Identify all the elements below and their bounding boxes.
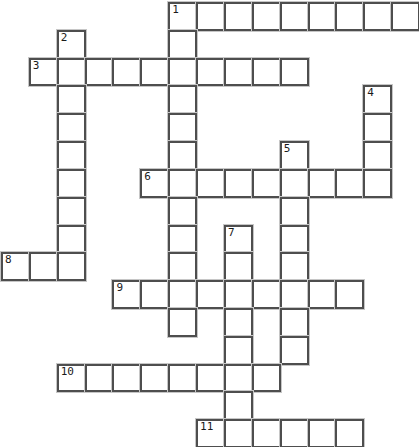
- crossword-cell[interactable]: [280, 336, 309, 365]
- crossword-cell[interactable]: [280, 280, 309, 309]
- crossword-cell[interactable]: [57, 225, 86, 254]
- crossword-cell[interactable]: 10: [57, 364, 86, 393]
- crossword-cell[interactable]: [252, 169, 281, 198]
- crossword-cell[interactable]: [57, 197, 86, 226]
- crossword-cell[interactable]: [85, 58, 114, 87]
- crossword-cell[interactable]: [196, 364, 225, 393]
- crossword-cell[interactable]: [252, 2, 281, 31]
- clue-number: 6: [144, 171, 151, 183]
- clue-number: 3: [33, 60, 40, 72]
- crossword-cell[interactable]: [308, 169, 337, 198]
- crossword-cell[interactable]: 1: [168, 2, 197, 31]
- clue-number: 8: [5, 254, 12, 266]
- crossword-cell[interactable]: [280, 197, 309, 226]
- crossword-cell[interactable]: [224, 391, 253, 420]
- crossword-cell[interactable]: [224, 364, 253, 393]
- crossword-cell[interactable]: [196, 58, 225, 87]
- crossword-cell[interactable]: [280, 225, 309, 254]
- clue-number: 4: [367, 87, 374, 99]
- crossword-cell[interactable]: [168, 169, 197, 198]
- crossword-cell[interactable]: [112, 58, 141, 87]
- crossword-cell[interactable]: [57, 85, 86, 114]
- crossword-cell[interactable]: 6: [140, 169, 169, 198]
- crossword-cell[interactable]: [224, 252, 253, 281]
- crossword-cell[interactable]: [224, 419, 253, 447]
- crossword-cell[interactable]: [196, 2, 225, 31]
- crossword-cell[interactable]: [280, 252, 309, 281]
- crossword-cell[interactable]: [29, 252, 58, 281]
- clue-number: 9: [116, 282, 123, 294]
- crossword-board: 1234567891011: [0, 0, 419, 447]
- clue-number: 7: [228, 227, 235, 239]
- crossword-cell[interactable]: 8: [1, 252, 30, 281]
- crossword-cell[interactable]: [57, 169, 86, 198]
- crossword-cell[interactable]: [391, 2, 419, 31]
- crossword-cell[interactable]: [224, 308, 253, 337]
- crossword-cell[interactable]: [280, 58, 309, 87]
- crossword-cell[interactable]: [140, 280, 169, 309]
- crossword-cell[interactable]: [168, 364, 197, 393]
- crossword-cell[interactable]: 3: [29, 58, 58, 87]
- clue-number: 5: [284, 143, 291, 155]
- crossword-cell[interactable]: 7: [224, 225, 253, 254]
- crossword-cell[interactable]: [363, 141, 392, 170]
- crossword-cell[interactable]: [280, 308, 309, 337]
- crossword-cell[interactable]: [57, 58, 86, 87]
- crossword-cell[interactable]: [224, 58, 253, 87]
- crossword-cell[interactable]: [335, 2, 364, 31]
- crossword-cell[interactable]: [57, 113, 86, 142]
- crossword-cell[interactable]: [280, 169, 309, 198]
- crossword-cell[interactable]: [363, 169, 392, 198]
- crossword-cell[interactable]: 9: [112, 280, 141, 309]
- crossword-cell[interactable]: [196, 280, 225, 309]
- crossword-cell[interactable]: [224, 169, 253, 198]
- crossword-cell[interactable]: [140, 58, 169, 87]
- clue-number: 2: [61, 32, 68, 44]
- crossword-cell[interactable]: [168, 308, 197, 337]
- crossword-cell[interactable]: [280, 419, 309, 447]
- crossword-cell[interactable]: [335, 419, 364, 447]
- clue-number: 11: [200, 421, 213, 433]
- crossword-cell[interactable]: [335, 280, 364, 309]
- crossword-cell[interactable]: [168, 113, 197, 142]
- crossword-cell[interactable]: [168, 280, 197, 309]
- crossword-cell[interactable]: 4: [363, 85, 392, 114]
- crossword-cell[interactable]: [196, 169, 225, 198]
- crossword-cell[interactable]: [252, 364, 281, 393]
- crossword-cell[interactable]: [308, 2, 337, 31]
- crossword-cell[interactable]: [57, 252, 86, 281]
- crossword-cell[interactable]: [57, 141, 86, 170]
- crossword-cell[interactable]: [308, 419, 337, 447]
- crossword-cell[interactable]: [168, 197, 197, 226]
- crossword-cell[interactable]: [335, 169, 364, 198]
- crossword-cell[interactable]: 5: [280, 141, 309, 170]
- crossword-cell[interactable]: [224, 2, 253, 31]
- crossword-cell[interactable]: [168, 225, 197, 254]
- crossword-cell[interactable]: [308, 280, 337, 309]
- crossword-cell[interactable]: [85, 364, 114, 393]
- crossword-cell[interactable]: [140, 364, 169, 393]
- crossword-cell[interactable]: [252, 280, 281, 309]
- crossword-cell[interactable]: 11: [196, 419, 225, 447]
- crossword-cell[interactable]: [168, 141, 197, 170]
- crossword-cell[interactable]: 2: [57, 30, 86, 59]
- crossword-cell[interactable]: [168, 252, 197, 281]
- crossword-cell[interactable]: [168, 85, 197, 114]
- crossword-cell[interactable]: [363, 113, 392, 142]
- crossword-cell[interactable]: [363, 2, 392, 31]
- crossword-cell[interactable]: [112, 364, 141, 393]
- crossword-cell[interactable]: [252, 419, 281, 447]
- crossword-cell[interactable]: [252, 58, 281, 87]
- clue-number: 1: [172, 4, 179, 16]
- crossword-cell[interactable]: [168, 58, 197, 87]
- crossword-cell[interactable]: [224, 336, 253, 365]
- clue-number: 10: [61, 366, 74, 378]
- crossword-cell[interactable]: [168, 30, 197, 59]
- crossword-cell[interactable]: [224, 280, 253, 309]
- crossword-cell[interactable]: [280, 2, 309, 31]
